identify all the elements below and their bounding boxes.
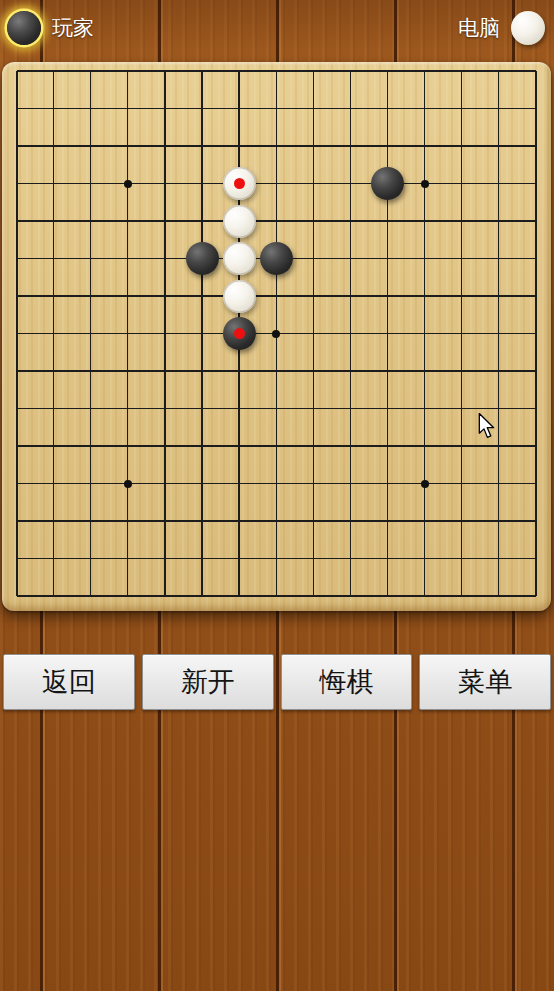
star-point [124,480,132,488]
grid-line-vertical [498,71,499,596]
white-stone-G10 [223,242,256,275]
black-stone-G8 [223,317,256,350]
grid-line-vertical [387,71,388,596]
last-move-marker [234,328,245,339]
computer-label: 电脑 [458,14,500,42]
back-button[interactable]: 返回 [3,654,135,710]
computer-indicator: 电脑 [458,0,545,55]
grid-line-horizontal [17,595,536,597]
star-point [421,180,429,188]
grid-line-horizontal [17,483,536,484]
computer-stone-icon [511,11,545,45]
menu-button[interactable]: 菜单 [419,654,551,710]
star-point [124,180,132,188]
toolbar: 返回 新开 悔棋 菜单 [0,654,554,710]
grid-line-vertical [313,71,314,596]
grid-line-horizontal [17,558,536,559]
player-label: 玩家 [52,14,94,42]
black-stone-K12 [371,167,404,200]
grid-line-vertical [535,71,537,596]
grid-line-horizontal [17,370,536,371]
grid-line-vertical [350,71,351,596]
new-game-button[interactable]: 新开 [142,654,274,710]
grid-line-horizontal [17,520,536,521]
white-stone-G12 [223,167,256,200]
grid-line-vertical [424,71,425,596]
white-stone-G11 [223,205,256,238]
black-stone-F10 [186,242,219,275]
player-stone-icon [7,11,41,45]
grid-line-vertical [461,71,462,596]
black-stone-H10 [260,242,293,275]
star-point [272,330,280,338]
white-stone-G9 [223,280,256,313]
grid-line-horizontal [17,445,536,446]
player-indicator: 玩家 [7,0,94,55]
app-screen: 玩家 电脑 返回 新开 悔棋 菜单 [0,0,554,991]
star-point [421,480,429,488]
gomoku-board[interactable] [2,62,551,611]
undo-button[interactable]: 悔棋 [281,654,413,710]
last-move-marker [234,178,245,189]
grid-line-horizontal [17,408,536,409]
